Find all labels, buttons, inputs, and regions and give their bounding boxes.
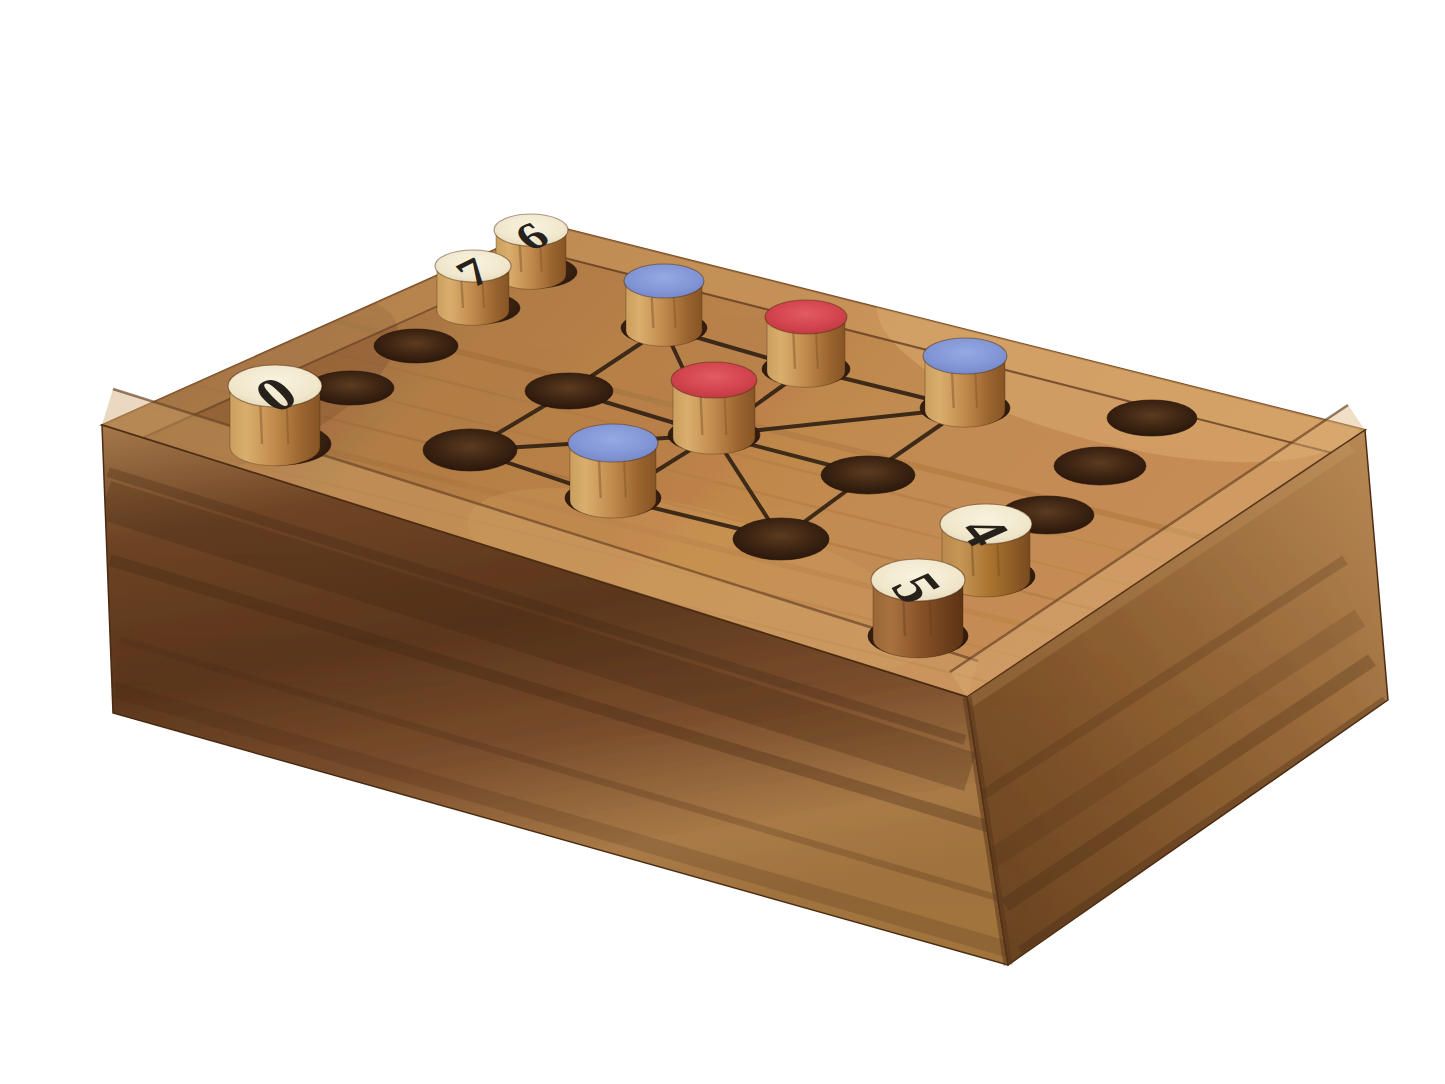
hole-L3[interactable] [374,329,458,363]
peg-blue-G13[interactable] [923,338,1007,427]
peg-number-7[interactable]: 7 [435,250,511,326]
hole-R1[interactable] [1107,400,1197,436]
hole-G21[interactable] [525,373,613,409]
peg-blue-G11[interactable] [624,264,704,346]
hole-G31[interactable] [423,429,517,471]
board-photo: 67045 [0,0,1445,1084]
hole-G23[interactable] [821,456,915,494]
peg-blue-G32[interactable] [568,424,658,518]
hole-R2[interactable] [1054,447,1146,485]
peg-red-G12[interactable] [765,300,847,387]
peg-top [568,424,658,462]
peg-top [624,264,704,298]
peg-number-0[interactable]: 0 [228,365,322,466]
peg-number-5[interactable]: 5 [871,559,965,658]
peg-red-G22[interactable] [671,362,757,454]
peg-top [671,362,757,398]
hole-G33[interactable] [733,518,829,560]
peg-top [765,300,847,334]
peg-top [923,338,1007,374]
